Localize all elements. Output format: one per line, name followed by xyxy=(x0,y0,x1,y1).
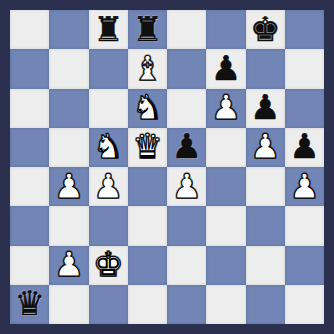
square-b4[interactable]: ♟ xyxy=(49,167,88,206)
chess-board-frame: ♜♜♚♝♟♞♟♟♞♛♟♟♟♟♟♟♟♟♚♛ xyxy=(0,0,334,334)
square-h6[interactable] xyxy=(285,89,324,128)
square-b3[interactable] xyxy=(49,206,88,245)
piece-black-pawn-f7[interactable]: ♟ xyxy=(211,51,241,85)
square-c2[interactable]: ♚ xyxy=(89,246,128,285)
square-e7[interactable] xyxy=(167,49,206,88)
square-a8[interactable] xyxy=(10,10,49,49)
piece-black-king-g8[interactable]: ♚ xyxy=(250,12,280,46)
square-f5[interactable] xyxy=(206,128,245,167)
square-g5[interactable]: ♟ xyxy=(246,128,285,167)
square-b2[interactable]: ♟ xyxy=(49,246,88,285)
piece-white-pawn-f6[interactable]: ♟ xyxy=(211,90,241,124)
square-g3[interactable] xyxy=(246,206,285,245)
piece-white-knight-c5[interactable]: ♞ xyxy=(93,129,123,163)
piece-white-pawn-b4[interactable]: ♟ xyxy=(54,169,84,203)
square-b5[interactable] xyxy=(49,128,88,167)
square-f4[interactable] xyxy=(206,167,245,206)
square-d5[interactable]: ♛ xyxy=(128,128,167,167)
square-f8[interactable] xyxy=(206,10,245,49)
square-c3[interactable] xyxy=(89,206,128,245)
square-b6[interactable] xyxy=(49,89,88,128)
piece-black-rook-c8[interactable]: ♜ xyxy=(93,12,123,46)
square-c4[interactable]: ♟ xyxy=(89,167,128,206)
square-h5[interactable]: ♟ xyxy=(285,128,324,167)
square-e4[interactable]: ♟ xyxy=(167,167,206,206)
square-c7[interactable] xyxy=(89,49,128,88)
square-h2[interactable] xyxy=(285,246,324,285)
piece-black-pawn-g6[interactable]: ♟ xyxy=(250,90,280,124)
square-g6[interactable]: ♟ xyxy=(246,89,285,128)
piece-white-pawn-e4[interactable]: ♟ xyxy=(171,169,201,203)
square-f1[interactable] xyxy=(206,285,245,324)
square-f7[interactable]: ♟ xyxy=(206,49,245,88)
piece-white-pawn-g5[interactable]: ♟ xyxy=(250,129,280,163)
square-e8[interactable] xyxy=(167,10,206,49)
square-e6[interactable] xyxy=(167,89,206,128)
piece-black-pawn-e5[interactable]: ♟ xyxy=(171,129,201,163)
square-a5[interactable] xyxy=(10,128,49,167)
square-e1[interactable] xyxy=(167,285,206,324)
square-d6[interactable]: ♞ xyxy=(128,89,167,128)
square-d2[interactable] xyxy=(128,246,167,285)
square-c1[interactable] xyxy=(89,285,128,324)
square-e3[interactable] xyxy=(167,206,206,245)
square-a4[interactable] xyxy=(10,167,49,206)
square-e2[interactable] xyxy=(167,246,206,285)
piece-white-queen-d5[interactable]: ♛ xyxy=(132,129,162,163)
square-b1[interactable] xyxy=(49,285,88,324)
square-g7[interactable] xyxy=(246,49,285,88)
square-h1[interactable] xyxy=(285,285,324,324)
square-b7[interactable] xyxy=(49,49,88,88)
square-g8[interactable]: ♚ xyxy=(246,10,285,49)
square-a3[interactable] xyxy=(10,206,49,245)
piece-white-knight-d6[interactable]: ♞ xyxy=(132,90,162,124)
piece-white-pawn-c4[interactable]: ♟ xyxy=(93,169,123,203)
piece-black-pawn-h5[interactable]: ♟ xyxy=(289,129,319,163)
chess-board: ♜♜♚♝♟♞♟♟♞♛♟♟♟♟♟♟♟♟♚♛ xyxy=(10,10,324,324)
square-b8[interactable] xyxy=(49,10,88,49)
square-d4[interactable] xyxy=(128,167,167,206)
square-e5[interactable]: ♟ xyxy=(167,128,206,167)
square-g4[interactable] xyxy=(246,167,285,206)
square-d8[interactable]: ♜ xyxy=(128,10,167,49)
piece-white-pawn-h4[interactable]: ♟ xyxy=(289,169,319,203)
square-c5[interactable]: ♞ xyxy=(89,128,128,167)
square-g2[interactable] xyxy=(246,246,285,285)
square-d1[interactable] xyxy=(128,285,167,324)
square-f2[interactable] xyxy=(206,246,245,285)
square-c8[interactable]: ♜ xyxy=(89,10,128,49)
square-h3[interactable] xyxy=(285,206,324,245)
piece-white-bishop-d7[interactable]: ♝ xyxy=(132,51,162,85)
square-a2[interactable] xyxy=(10,246,49,285)
square-a6[interactable] xyxy=(10,89,49,128)
square-d3[interactable] xyxy=(128,206,167,245)
piece-white-pawn-b2[interactable]: ♟ xyxy=(54,247,84,281)
square-h7[interactable] xyxy=(285,49,324,88)
square-f3[interactable] xyxy=(206,206,245,245)
square-d7[interactable]: ♝ xyxy=(128,49,167,88)
square-a7[interactable] xyxy=(10,49,49,88)
piece-white-king-c2[interactable]: ♚ xyxy=(93,247,123,281)
square-c6[interactable] xyxy=(89,89,128,128)
piece-black-rook-d8[interactable]: ♜ xyxy=(132,12,162,46)
square-g1[interactable] xyxy=(246,285,285,324)
square-f6[interactable]: ♟ xyxy=(206,89,245,128)
piece-black-queen-a1[interactable]: ♛ xyxy=(14,286,44,320)
square-h8[interactable] xyxy=(285,10,324,49)
square-a1[interactable]: ♛ xyxy=(10,285,49,324)
square-h4[interactable]: ♟ xyxy=(285,167,324,206)
